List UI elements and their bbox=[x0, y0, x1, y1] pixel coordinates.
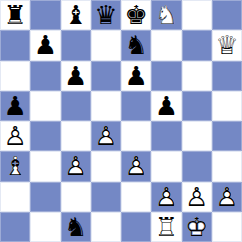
square-b7[interactable]: ♟ bbox=[30, 30, 60, 60]
black-pawn[interactable]: ♟ bbox=[30, 30, 60, 60]
square-e4[interactable] bbox=[121, 121, 151, 151]
square-b6[interactable] bbox=[30, 61, 60, 91]
square-b5[interactable] bbox=[30, 91, 60, 121]
square-c3[interactable]: ♟♙ bbox=[61, 151, 91, 181]
piece-glyph-fill: ♞ bbox=[121, 30, 151, 60]
piece-glyph-fill: ♟ bbox=[0, 91, 30, 121]
square-d5[interactable] bbox=[91, 91, 121, 121]
square-b4[interactable] bbox=[30, 121, 60, 151]
black-pawn[interactable]: ♟ bbox=[0, 91, 30, 121]
black-rook[interactable]: ♜ bbox=[0, 0, 30, 30]
square-f5[interactable]: ♟ bbox=[151, 91, 181, 121]
square-g6[interactable] bbox=[182, 61, 212, 91]
square-a3[interactable]: ♝♗ bbox=[0, 151, 30, 181]
square-h5[interactable] bbox=[212, 91, 242, 121]
square-h1[interactable] bbox=[212, 212, 242, 242]
square-h6[interactable] bbox=[212, 61, 242, 91]
white-knight[interactable]: ♞♘ bbox=[151, 0, 181, 30]
white-rook[interactable]: ♜♖ bbox=[151, 212, 181, 242]
square-f7[interactable] bbox=[151, 30, 181, 60]
square-d3[interactable] bbox=[91, 151, 121, 181]
chess-board: ♜♝♛♚♞♘♟♞♛♕♟♟♟♟♟♙♟♙♝♗♟♙♟♙♟♙♟♙♟♙♞♜♖♚♔ bbox=[0, 0, 242, 242]
black-king[interactable]: ♚ bbox=[121, 0, 151, 30]
square-e3[interactable]: ♟♙ bbox=[121, 151, 151, 181]
white-pawn[interactable]: ♟♙ bbox=[182, 182, 212, 212]
square-g8[interactable] bbox=[182, 0, 212, 30]
square-e7[interactable]: ♞ bbox=[121, 30, 151, 60]
white-pawn[interactable]: ♟♙ bbox=[0, 121, 30, 151]
black-knight[interactable]: ♞ bbox=[61, 212, 91, 242]
piece-glyph-outline: ♙ bbox=[61, 151, 91, 181]
square-g2[interactable]: ♟♙ bbox=[182, 182, 212, 212]
square-f1[interactable]: ♜♖ bbox=[151, 212, 181, 242]
piece-glyph-outline: ♕ bbox=[212, 30, 242, 60]
white-pawn[interactable]: ♟♙ bbox=[91, 121, 121, 151]
square-b1[interactable] bbox=[30, 212, 60, 242]
square-e5[interactable] bbox=[121, 91, 151, 121]
square-b3[interactable] bbox=[30, 151, 60, 181]
white-pawn[interactable]: ♟♙ bbox=[212, 182, 242, 212]
square-c2[interactable] bbox=[61, 182, 91, 212]
square-a5[interactable]: ♟ bbox=[0, 91, 30, 121]
square-d4[interactable]: ♟♙ bbox=[91, 121, 121, 151]
white-queen[interactable]: ♛♕ bbox=[212, 30, 242, 60]
piece-glyph-outline: ♙ bbox=[121, 151, 151, 181]
white-pawn[interactable]: ♟♙ bbox=[61, 151, 91, 181]
square-g7[interactable] bbox=[182, 30, 212, 60]
piece-glyph-fill: ♜ bbox=[0, 0, 30, 30]
piece-glyph-outline: ♖ bbox=[151, 212, 181, 242]
piece-glyph-fill: ♟ bbox=[61, 61, 91, 91]
square-g3[interactable] bbox=[182, 151, 212, 181]
square-e2[interactable] bbox=[121, 182, 151, 212]
square-c4[interactable] bbox=[61, 121, 91, 151]
black-bishop[interactable]: ♝ bbox=[61, 0, 91, 30]
piece-glyph-outline: ♙ bbox=[151, 182, 181, 212]
square-h7[interactable]: ♛♕ bbox=[212, 30, 242, 60]
piece-glyph-fill: ♟ bbox=[151, 91, 181, 121]
white-bishop[interactable]: ♝♗ bbox=[0, 151, 30, 181]
square-a1[interactable] bbox=[0, 212, 30, 242]
square-f2[interactable]: ♟♙ bbox=[151, 182, 181, 212]
square-d8[interactable]: ♛ bbox=[91, 0, 121, 30]
square-f8[interactable]: ♞♘ bbox=[151, 0, 181, 30]
piece-glyph-outline: ♔ bbox=[182, 212, 212, 242]
square-h4[interactable] bbox=[212, 121, 242, 151]
square-a6[interactable] bbox=[0, 61, 30, 91]
square-h2[interactable]: ♟♙ bbox=[212, 182, 242, 212]
piece-glyph-outline: ♙ bbox=[91, 121, 121, 151]
square-e1[interactable] bbox=[121, 212, 151, 242]
piece-glyph-outline: ♙ bbox=[0, 121, 30, 151]
square-d1[interactable] bbox=[91, 212, 121, 242]
square-a8[interactable]: ♜ bbox=[0, 0, 30, 30]
square-g1[interactable]: ♚♔ bbox=[182, 212, 212, 242]
square-f4[interactable] bbox=[151, 121, 181, 151]
white-pawn[interactable]: ♟♙ bbox=[151, 182, 181, 212]
piece-glyph-fill: ♞ bbox=[61, 212, 91, 242]
piece-glyph-fill: ♝ bbox=[61, 0, 91, 30]
piece-glyph-outline: ♗ bbox=[0, 151, 30, 181]
black-pawn[interactable]: ♟ bbox=[61, 61, 91, 91]
square-d2[interactable] bbox=[91, 182, 121, 212]
piece-glyph-fill: ♚ bbox=[121, 0, 151, 30]
black-queen[interactable]: ♛ bbox=[91, 0, 121, 30]
square-c5[interactable] bbox=[61, 91, 91, 121]
black-pawn[interactable]: ♟ bbox=[121, 61, 151, 91]
square-h3[interactable] bbox=[212, 151, 242, 181]
piece-glyph-fill: ♟ bbox=[30, 30, 60, 60]
square-g5[interactable] bbox=[182, 91, 212, 121]
piece-glyph-outline: ♙ bbox=[212, 182, 242, 212]
piece-glyph-fill: ♛ bbox=[91, 0, 121, 30]
square-e8[interactable]: ♚ bbox=[121, 0, 151, 30]
square-a7[interactable] bbox=[0, 30, 30, 60]
piece-glyph-fill: ♟ bbox=[121, 61, 151, 91]
square-d7[interactable] bbox=[91, 30, 121, 60]
black-pawn[interactable]: ♟ bbox=[151, 91, 181, 121]
square-f6[interactable] bbox=[151, 61, 181, 91]
piece-glyph-outline: ♙ bbox=[182, 182, 212, 212]
square-b8[interactable] bbox=[30, 0, 60, 30]
square-a4[interactable]: ♟♙ bbox=[0, 121, 30, 151]
square-b2[interactable] bbox=[30, 182, 60, 212]
square-g4[interactable] bbox=[182, 121, 212, 151]
square-c8[interactable]: ♝ bbox=[61, 0, 91, 30]
square-h8[interactable] bbox=[212, 0, 242, 30]
square-c7[interactable] bbox=[61, 30, 91, 60]
square-d6[interactable] bbox=[91, 61, 121, 91]
piece-glyph-outline: ♘ bbox=[151, 0, 181, 30]
black-knight[interactable]: ♞ bbox=[121, 30, 151, 60]
square-c6[interactable]: ♟ bbox=[61, 61, 91, 91]
square-a2[interactable] bbox=[0, 182, 30, 212]
square-c1[interactable]: ♞ bbox=[61, 212, 91, 242]
square-e6[interactable]: ♟ bbox=[121, 61, 151, 91]
white-pawn[interactable]: ♟♙ bbox=[121, 151, 151, 181]
white-king[interactable]: ♚♔ bbox=[182, 212, 212, 242]
square-f3[interactable] bbox=[151, 151, 181, 181]
